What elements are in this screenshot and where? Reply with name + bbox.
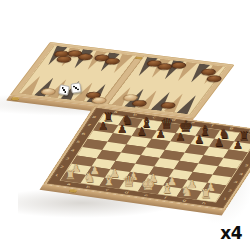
chess-piece-p: ♟ — [175, 132, 185, 143]
backgammon-checker — [205, 75, 224, 83]
chess-piece-p: ♟ — [156, 129, 166, 140]
backgammon-checker — [103, 57, 122, 65]
chess-piece-K: ♚ — [141, 177, 155, 193]
backgammon-checkers — [10, 42, 235, 118]
chess-piece-Q: ♛ — [122, 175, 135, 190]
backgammon-board — [10, 42, 235, 118]
chess-piece-p: ♟ — [98, 121, 108, 132]
chess-piece-R: ♜ — [65, 169, 76, 182]
backgammon-checker — [76, 53, 95, 61]
backgammon-checker — [90, 96, 109, 104]
backgammon-checker — [130, 99, 149, 107]
brass-clasp-icon — [11, 97, 20, 101]
chess-piece-p: ♟ — [137, 126, 147, 137]
chess-piece-B: ♝ — [103, 173, 116, 187]
chess-piece-R: ♜ — [200, 188, 211, 201]
backgammon-checker — [169, 61, 188, 69]
chess-piece-B: ♝ — [161, 181, 174, 195]
chess-piece-p: ♟ — [233, 140, 243, 151]
backgammon-checker — [159, 101, 178, 109]
chess-piece-N: ♞ — [84, 171, 96, 184]
chess-piece-p: ♟ — [117, 124, 127, 135]
backgammon-box — [10, 42, 235, 118]
backgammon-checker — [55, 55, 74, 63]
chess-box: ♜♞♝♛♚♝♞♜♟♟♟♟♟♟♟♟♟♟♟♟♟♟♟♟♜♞♝♛♚♝♞♜ abcdefg… — [43, 106, 250, 210]
product-photo: ♜♞♝♛♚♝♞♜♟♟♟♟♟♟♟♟♟♟♟♟♟♟♟♟♜♞♝♛♚♝♞♜ abcdefg… — [0, 0, 250, 250]
chess-piece-p: ♟ — [214, 137, 224, 148]
backgammon-checker — [39, 88, 58, 96]
chess-piece-p: ♟ — [194, 134, 204, 145]
brass-clasp-icon — [68, 189, 77, 193]
chess-board: ♜♞♝♛♚♝♞♜♟♟♟♟♟♟♟♟♟♟♟♟♟♟♟♟♜♞♝♛♚♝♞♜ abcdefg… — [43, 106, 250, 210]
chess-piece-N: ♞ — [181, 185, 193, 198]
quantity-badge: x4 — [220, 223, 242, 243]
